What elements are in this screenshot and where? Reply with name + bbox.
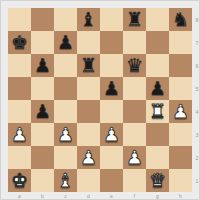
file-label-e: e [100, 192, 123, 200]
piece-black-rook[interactable]: ♜ [123, 8, 146, 31]
square-d8[interactable]: ♝ [77, 8, 100, 31]
square-g6[interactable] [146, 54, 169, 77]
file-label-c: c [54, 192, 77, 200]
square-e1[interactable] [100, 169, 123, 192]
piece-white-pawn[interactable]: ♟ [100, 123, 123, 146]
piece-white-pawn[interactable]: ♟ [123, 146, 146, 169]
square-a3[interactable]: ♟ [8, 123, 31, 146]
file-label-f: f [123, 192, 146, 200]
square-e6[interactable] [100, 54, 123, 77]
piece-black-pawn[interactable]: ♟ [100, 77, 123, 100]
piece-white-queen[interactable]: ♛ [146, 169, 169, 192]
square-a8[interactable] [8, 8, 31, 31]
square-b7[interactable] [31, 31, 54, 54]
piece-white-king[interactable]: ♚ [8, 169, 31, 192]
square-f2[interactable]: ♟ [123, 146, 146, 169]
file-labels: abcdefgh [8, 192, 192, 200]
file-label-h: h [169, 192, 192, 200]
square-c1[interactable]: ♝ [54, 169, 77, 192]
square-h7[interactable] [169, 31, 192, 54]
piece-black-queen[interactable]: ♛ [123, 54, 146, 77]
square-a2[interactable] [8, 146, 31, 169]
square-a4[interactable] [8, 100, 31, 123]
piece-black-pawn[interactable]: ♟ [31, 54, 54, 77]
square-f3[interactable] [123, 123, 146, 146]
square-f4[interactable] [123, 100, 146, 123]
piece-white-pawn[interactable]: ♟ [77, 146, 100, 169]
rank-label-8: 8 [193, 8, 200, 31]
square-d1[interactable] [77, 169, 100, 192]
square-d3[interactable] [77, 123, 100, 146]
square-h6[interactable] [169, 54, 192, 77]
square-c7[interactable]: ♟ [54, 31, 77, 54]
square-d5[interactable] [77, 77, 100, 100]
square-g4[interactable]: ♜ [146, 100, 169, 123]
square-e3[interactable]: ♟ [100, 123, 123, 146]
square-d7[interactable] [77, 31, 100, 54]
piece-white-rook[interactable]: ♜ [146, 100, 169, 123]
square-b6[interactable]: ♟ [31, 54, 54, 77]
board-widget: ♝♜♞♚♟♟♜♛♟♟♟♜♟♟♟♟♟♟♚♝♛ 87654321 abcdefgh [0, 0, 200, 200]
rank-label-3: 3 [193, 123, 200, 146]
square-c4[interactable] [54, 100, 77, 123]
square-f8[interactable]: ♜ [123, 8, 146, 31]
square-e8[interactable] [100, 8, 123, 31]
square-c5[interactable] [54, 77, 77, 100]
square-b3[interactable] [31, 123, 54, 146]
file-label-a: a [8, 192, 31, 200]
piece-white-pawn[interactable]: ♟ [8, 123, 31, 146]
square-a5[interactable] [8, 77, 31, 100]
square-c2[interactable] [54, 146, 77, 169]
piece-black-pawn[interactable]: ♟ [31, 100, 54, 123]
square-a6[interactable] [8, 54, 31, 77]
square-g3[interactable] [146, 123, 169, 146]
square-e4[interactable] [100, 100, 123, 123]
square-c8[interactable] [54, 8, 77, 31]
square-e5[interactable]: ♟ [100, 77, 123, 100]
rank-labels: 87654321 [193, 8, 200, 192]
piece-black-king[interactable]: ♚ [8, 31, 31, 54]
chess-board: ♝♜♞♚♟♟♜♛♟♟♟♜♟♟♟♟♟♟♚♝♛ [8, 8, 192, 192]
square-d2[interactable]: ♟ [77, 146, 100, 169]
square-h4[interactable]: ♟ [169, 100, 192, 123]
piece-black-bishop[interactable]: ♝ [77, 8, 100, 31]
square-d6[interactable]: ♜ [77, 54, 100, 77]
square-g1[interactable]: ♛ [146, 169, 169, 192]
rank-label-2: 2 [193, 146, 200, 169]
rank-label-4: 4 [193, 100, 200, 123]
square-g8[interactable] [146, 8, 169, 31]
square-a7[interactable]: ♚ [8, 31, 31, 54]
square-c3[interactable]: ♟ [54, 123, 77, 146]
file-label-b: b [31, 192, 54, 200]
square-h8[interactable]: ♞ [169, 8, 192, 31]
rank-label-7: 7 [193, 31, 200, 54]
square-b1[interactable] [31, 169, 54, 192]
piece-white-pawn[interactable]: ♟ [54, 123, 77, 146]
piece-black-knight[interactable]: ♞ [169, 8, 192, 31]
square-g2[interactable] [146, 146, 169, 169]
square-h3[interactable] [169, 123, 192, 146]
square-f7[interactable] [123, 31, 146, 54]
rank-label-6: 6 [193, 54, 200, 77]
square-f5[interactable] [123, 77, 146, 100]
file-label-d: d [77, 192, 100, 200]
square-b8[interactable] [31, 8, 54, 31]
piece-black-pawn[interactable]: ♟ [146, 77, 169, 100]
square-f1[interactable] [123, 169, 146, 192]
square-a1[interactable]: ♚ [8, 169, 31, 192]
square-b2[interactable] [31, 146, 54, 169]
square-e7[interactable] [100, 31, 123, 54]
square-b5[interactable] [31, 77, 54, 100]
square-c6[interactable] [54, 54, 77, 77]
piece-black-rook[interactable]: ♜ [77, 54, 100, 77]
rank-label-5: 5 [193, 77, 200, 100]
square-g7[interactable] [146, 31, 169, 54]
square-g5[interactable]: ♟ [146, 77, 169, 100]
square-b4[interactable]: ♟ [31, 100, 54, 123]
piece-white-pawn[interactable]: ♟ [169, 100, 192, 123]
square-h5[interactable] [169, 77, 192, 100]
square-h2[interactable] [169, 146, 192, 169]
piece-white-bishop[interactable]: ♝ [54, 169, 77, 192]
file-label-g: g [146, 192, 169, 200]
rank-label-1: 1 [193, 169, 200, 192]
square-f6[interactable]: ♛ [123, 54, 146, 77]
square-h1[interactable] [169, 169, 192, 192]
piece-black-pawn[interactable]: ♟ [54, 31, 77, 54]
square-d4[interactable] [77, 100, 100, 123]
square-e2[interactable] [100, 146, 123, 169]
